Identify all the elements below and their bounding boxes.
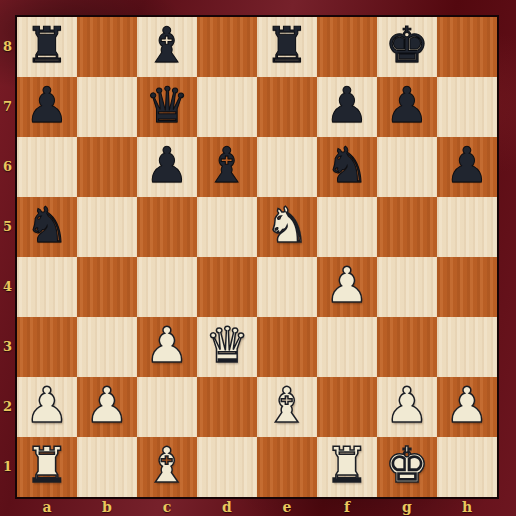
black-rook-a8: ♜ (17, 17, 77, 77)
white-king-g1: ♚ (377, 437, 437, 497)
rank-label-2: 2 (0, 399, 15, 415)
square-b1[interactable] (77, 437, 137, 497)
square-d1[interactable] (197, 437, 257, 497)
rank-label-4: 4 (0, 279, 15, 295)
square-g1[interactable]: ♚ (377, 437, 437, 497)
square-c8[interactable]: ♝ (137, 17, 197, 77)
square-h5[interactable] (437, 197, 497, 257)
rank-label-1: 1 (0, 459, 15, 475)
file-label-c: c (137, 500, 197, 515)
square-f8[interactable] (317, 17, 377, 77)
square-e1[interactable] (257, 437, 317, 497)
file-label-h: h (437, 500, 497, 515)
square-a3[interactable] (17, 317, 77, 377)
square-h6[interactable]: ♟ (437, 137, 497, 197)
square-g8[interactable]: ♚ (377, 17, 437, 77)
square-b8[interactable] (77, 17, 137, 77)
square-b3[interactable] (77, 317, 137, 377)
black-bishop-c8: ♝ (137, 17, 197, 77)
square-a1[interactable]: ♜ (17, 437, 77, 497)
square-e8[interactable]: ♜ (257, 17, 317, 77)
square-g4[interactable] (377, 257, 437, 317)
square-e5[interactable]: ♞ (257, 197, 317, 257)
square-f3[interactable] (317, 317, 377, 377)
file-label-g: g (377, 500, 437, 515)
square-c6[interactable]: ♟ (137, 137, 197, 197)
square-a4[interactable] (17, 257, 77, 317)
square-b5[interactable] (77, 197, 137, 257)
black-pawn-f7: ♟ (317, 77, 377, 137)
square-d8[interactable] (197, 17, 257, 77)
black-queen-c7: ♛ (137, 77, 197, 137)
square-f5[interactable] (317, 197, 377, 257)
square-d6[interactable]: ♝ (197, 137, 257, 197)
square-h7[interactable] (437, 77, 497, 137)
square-d2[interactable] (197, 377, 257, 437)
square-d3[interactable]: ♛ (197, 317, 257, 377)
chessboard-frame: ♜♝♜♚♟♛♟♟♟♝♞♟♞♞♟♟♛♟♟♝♟♟♜♝♜♚ 87654321 abcd… (0, 0, 516, 516)
white-pawn-a2: ♟ (17, 377, 77, 437)
square-g3[interactable] (377, 317, 437, 377)
square-a5[interactable]: ♞ (17, 197, 77, 257)
square-f1[interactable]: ♜ (317, 437, 377, 497)
square-c5[interactable] (137, 197, 197, 257)
square-f7[interactable]: ♟ (317, 77, 377, 137)
file-label-f: f (317, 500, 377, 515)
file-label-e: e (257, 500, 317, 515)
black-rook-e8: ♜ (257, 17, 317, 77)
rank-label-6: 6 (0, 159, 15, 175)
square-d5[interactable] (197, 197, 257, 257)
white-knight-e5: ♞ (257, 197, 317, 257)
square-d4[interactable] (197, 257, 257, 317)
black-knight-a5: ♞ (17, 197, 77, 257)
black-pawn-a7: ♟ (17, 77, 77, 137)
square-e6[interactable] (257, 137, 317, 197)
square-f4[interactable]: ♟ (317, 257, 377, 317)
white-rook-f1: ♜ (317, 437, 377, 497)
square-h8[interactable] (437, 17, 497, 77)
square-b7[interactable] (77, 77, 137, 137)
white-pawn-h2: ♟ (437, 377, 497, 437)
square-a6[interactable] (17, 137, 77, 197)
square-b4[interactable] (77, 257, 137, 317)
white-pawn-f4: ♟ (317, 257, 377, 317)
square-e7[interactable] (257, 77, 317, 137)
square-e4[interactable] (257, 257, 317, 317)
white-pawn-g2: ♟ (377, 377, 437, 437)
square-e2[interactable]: ♝ (257, 377, 317, 437)
square-g7[interactable]: ♟ (377, 77, 437, 137)
white-pawn-b2: ♟ (77, 377, 137, 437)
square-c2[interactable] (137, 377, 197, 437)
square-b2[interactable]: ♟ (77, 377, 137, 437)
square-c7[interactable]: ♛ (137, 77, 197, 137)
chessboard: ♜♝♜♚♟♛♟♟♟♝♞♟♞♞♟♟♛♟♟♝♟♟♜♝♜♚ (15, 15, 499, 499)
square-g5[interactable] (377, 197, 437, 257)
rank-label-8: 8 (0, 39, 15, 55)
square-a8[interactable]: ♜ (17, 17, 77, 77)
square-h2[interactable]: ♟ (437, 377, 497, 437)
black-pawn-g7: ♟ (377, 77, 437, 137)
black-pawn-c6: ♟ (137, 137, 197, 197)
file-label-b: b (77, 500, 137, 515)
square-g2[interactable]: ♟ (377, 377, 437, 437)
square-h3[interactable] (437, 317, 497, 377)
black-king-g8: ♚ (377, 17, 437, 77)
square-g6[interactable] (377, 137, 437, 197)
rank-label-3: 3 (0, 339, 15, 355)
white-rook-a1: ♜ (17, 437, 77, 497)
white-queen-d3: ♛ (197, 317, 257, 377)
white-pawn-c3: ♟ (137, 317, 197, 377)
square-a7[interactable]: ♟ (17, 77, 77, 137)
square-h4[interactable] (437, 257, 497, 317)
rank-label-5: 5 (0, 219, 15, 235)
square-c4[interactable] (137, 257, 197, 317)
file-label-d: d (197, 500, 257, 515)
black-pawn-h6: ♟ (437, 137, 497, 197)
square-f2[interactable] (317, 377, 377, 437)
square-c1[interactable]: ♝ (137, 437, 197, 497)
white-bishop-c1: ♝ (137, 437, 197, 497)
square-e3[interactable] (257, 317, 317, 377)
white-bishop-e2: ♝ (257, 377, 317, 437)
rank-label-7: 7 (0, 99, 15, 115)
square-b6[interactable] (77, 137, 137, 197)
square-c3[interactable]: ♟ (137, 317, 197, 377)
black-bishop-d6: ♝ (197, 137, 257, 197)
square-a2[interactable]: ♟ (17, 377, 77, 437)
file-label-a: a (17, 500, 77, 515)
black-knight-f6: ♞ (317, 137, 377, 197)
square-d7[interactable] (197, 77, 257, 137)
square-f6[interactable]: ♞ (317, 137, 377, 197)
square-h1[interactable] (437, 437, 497, 497)
